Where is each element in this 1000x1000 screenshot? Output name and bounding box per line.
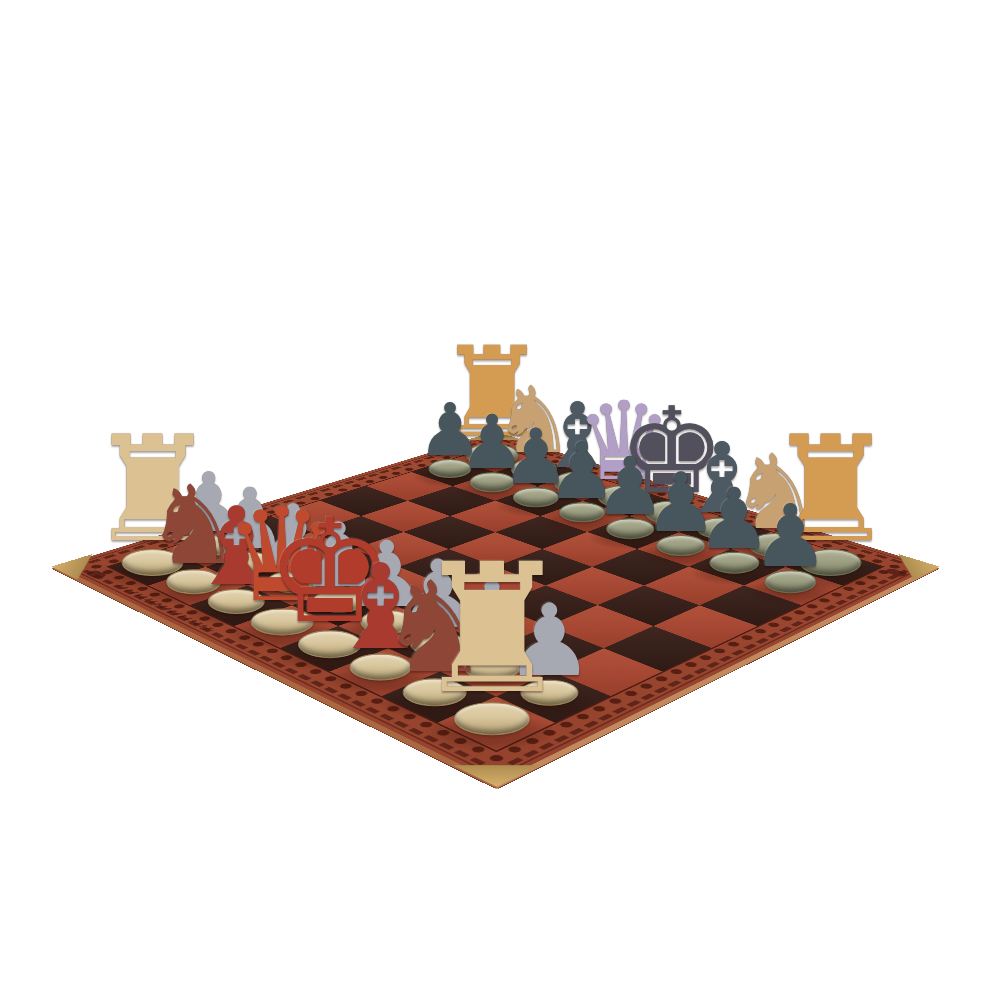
- piece-black-pawn-h7[interactable]: ♟: [752, 497, 829, 593]
- product-photo-stage: ♜♞♝♛♚♝♞♜♟♟♟♟♟♟♟♟♟♟♟♟♟♟♟♟♜♞♝♛♚♝♞♜: [0, 0, 1000, 1000]
- pawn-glyph: ♟: [752, 497, 829, 576]
- rook-glyph: ♜: [412, 547, 572, 711]
- piece-base: [454, 702, 529, 735]
- piece-white-rook-h1[interactable]: ♜: [412, 547, 572, 735]
- piece-base: [765, 570, 816, 593]
